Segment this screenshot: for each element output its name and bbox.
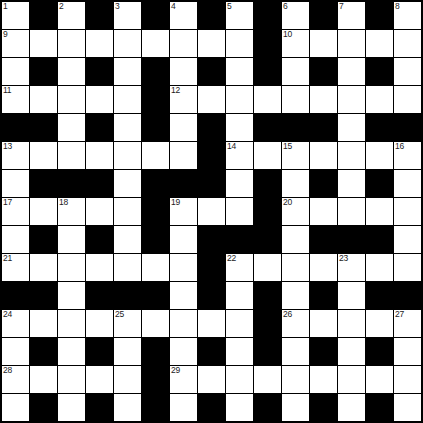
cell-r6-c6-black (170, 170, 197, 197)
cell-r9-c0-white[interactable]: 21 (2, 254, 29, 281)
cell-r0-c13-black (366, 2, 393, 29)
cell-r12-c11-black (310, 338, 337, 365)
cell-r7-c1-white[interactable] (30, 198, 57, 225)
cell-r9-c12-white[interactable]: 23 (338, 254, 365, 281)
cell-r1-c5-white[interactable] (142, 30, 169, 57)
cell-r2-c12-white[interactable] (338, 58, 365, 85)
cell-r10-c2-white[interactable] (58, 282, 85, 309)
cell-r6-c9-black (254, 170, 281, 197)
cell-r9-c5-white[interactable] (142, 254, 169, 281)
cell-r0-c11-black (310, 2, 337, 29)
clue-number-2: 2 (59, 2, 63, 11)
cell-r6-c14-white[interactable] (394, 170, 421, 197)
cell-r10-c4-black (114, 282, 141, 309)
cell-r1-c2-white[interactable] (58, 30, 85, 57)
cell-r5-c4-white[interactable] (114, 142, 141, 169)
cell-r4-c6-white[interactable] (170, 114, 197, 141)
cell-r11-c11-white[interactable] (310, 310, 337, 337)
cell-r13-c9-white[interactable] (254, 366, 281, 393)
cell-r5-c9-white[interactable] (254, 142, 281, 169)
cell-r1-c12-white[interactable] (338, 30, 365, 57)
cell-r11-c6-white[interactable] (170, 310, 197, 337)
cell-r4-c9-black (254, 114, 281, 141)
cell-r7-c5-black (142, 198, 169, 225)
cell-r7-c4-white[interactable] (114, 198, 141, 225)
clue-number-10: 10 (283, 30, 292, 39)
cell-r14-c10-white[interactable] (282, 394, 309, 421)
cell-r3-c14-white[interactable] (394, 86, 421, 113)
cell-r5-c8-white[interactable]: 14 (226, 142, 253, 169)
crossword-board: 1234567891011121314151617181920212223242… (0, 0, 423, 423)
cell-r11-c12-white[interactable] (338, 310, 365, 337)
cell-r0-c10-white[interactable]: 6 (282, 2, 309, 29)
cell-r8-c13-black (366, 226, 393, 253)
cell-r12-c3-black (86, 338, 113, 365)
cell-r5-c7-black (198, 142, 225, 169)
cell-r2-c0-white[interactable] (2, 58, 29, 85)
cell-r14-c11-black (310, 394, 337, 421)
cell-r2-c1-black (30, 58, 57, 85)
cell-r7-c0-white[interactable]: 17 (2, 198, 29, 225)
cell-r10-c7-black (198, 282, 225, 309)
cell-r12-c13-black (366, 338, 393, 365)
cell-r3-c11-white[interactable] (310, 86, 337, 113)
cell-r2-c5-black (142, 58, 169, 85)
cell-r3-c10-white[interactable] (282, 86, 309, 113)
cell-r10-c10-white[interactable] (282, 282, 309, 309)
cell-r1-c6-white[interactable] (170, 30, 197, 57)
cell-r11-c10-white[interactable]: 26 (282, 310, 309, 337)
cell-r4-c1-black (30, 114, 57, 141)
clue-number-17: 17 (3, 198, 12, 207)
cell-r5-c3-white[interactable] (86, 142, 113, 169)
cell-r4-c10-black (282, 114, 309, 141)
cell-r4-c3-black (86, 114, 113, 141)
cell-r1-c7-white[interactable] (198, 30, 225, 57)
cell-r9-c8-white[interactable]: 22 (226, 254, 253, 281)
cell-r14-c8-white[interactable] (226, 394, 253, 421)
cell-r13-c5-black (142, 366, 169, 393)
cell-r14-c2-white[interactable] (58, 394, 85, 421)
clue-number-1: 1 (3, 2, 7, 11)
clue-number-16: 16 (395, 142, 404, 151)
cell-r3-c0-white[interactable]: 11 (2, 86, 29, 113)
cell-r7-c8-white[interactable] (226, 198, 253, 225)
cell-r6-c1-black (30, 170, 57, 197)
cell-r8-c5-black (142, 226, 169, 253)
cell-r2-c8-white[interactable] (226, 58, 253, 85)
cell-r14-c14-white[interactable] (394, 394, 421, 421)
cell-r1-c11-white[interactable] (310, 30, 337, 57)
clue-number-8: 8 (395, 2, 399, 11)
cell-r14-c3-black (86, 394, 113, 421)
clue-number-9: 9 (3, 30, 7, 39)
cell-r13-c7-white[interactable] (198, 366, 225, 393)
cell-r12-c5-black (142, 338, 169, 365)
cell-r3-c5-black (142, 86, 169, 113)
cell-r9-c3-white[interactable] (86, 254, 113, 281)
cell-r12-c2-white[interactable] (58, 338, 85, 365)
cell-r0-c5-black (142, 2, 169, 29)
cell-r7-c12-white[interactable] (338, 198, 365, 225)
cell-r9-c7-black (198, 254, 225, 281)
cell-r11-c14-white[interactable]: 27 (394, 310, 421, 337)
cell-r1-c14-white[interactable] (394, 30, 421, 57)
cell-r4-c4-white[interactable] (114, 114, 141, 141)
cell-r5-c6-white[interactable] (170, 142, 197, 169)
cell-r3-c1-white[interactable] (30, 86, 57, 113)
clue-number-11: 11 (3, 86, 11, 95)
clue-number-5: 5 (227, 2, 231, 11)
cell-r1-c4-white[interactable] (114, 30, 141, 57)
clue-number-22: 22 (227, 254, 236, 263)
cell-r2-c13-black (366, 58, 393, 85)
cell-r14-c7-black (198, 394, 225, 421)
clue-number-18: 18 (59, 198, 68, 207)
cell-r4-c14-black (394, 114, 421, 141)
cell-r6-c4-white[interactable] (114, 170, 141, 197)
clue-number-23: 23 (339, 254, 348, 263)
cell-r9-c11-white[interactable] (310, 254, 337, 281)
cell-r3-c3-white[interactable] (86, 86, 113, 113)
cell-r4-c0-black (2, 114, 29, 141)
cell-r0-c9-black (254, 2, 281, 29)
cell-r9-c10-white[interactable] (282, 254, 309, 281)
cell-r1-c10-white[interactable]: 10 (282, 30, 309, 57)
cell-r6-c11-black (310, 170, 337, 197)
cell-r10-c8-white[interactable] (226, 282, 253, 309)
cell-r14-c4-white[interactable] (114, 394, 141, 421)
cell-r10-c13-black (366, 282, 393, 309)
cell-r2-c9-black (254, 58, 281, 85)
clue-number-28: 28 (3, 366, 12, 375)
cell-r10-c6-white[interactable] (170, 282, 197, 309)
cell-r5-c5-white[interactable] (142, 142, 169, 169)
clue-number-6: 6 (283, 2, 287, 11)
cell-r0-c7-black (198, 2, 225, 29)
cell-r13-c13-white[interactable] (366, 366, 393, 393)
cell-r11-c7-white[interactable] (198, 310, 225, 337)
cell-r13-c1-white[interactable] (30, 366, 57, 393)
cell-r5-c1-white[interactable] (30, 142, 57, 169)
cell-r3-c9-white[interactable] (254, 86, 281, 113)
cell-r4-c8-white[interactable] (226, 114, 253, 141)
cell-r11-c5-white[interactable] (142, 310, 169, 337)
cell-r1-c9-black (254, 30, 281, 57)
cell-r2-c6-white[interactable] (170, 58, 197, 85)
cell-r9-c1-white[interactable] (30, 254, 57, 281)
cell-r13-c10-white[interactable] (282, 366, 309, 393)
cell-r8-c11-black (310, 226, 337, 253)
cell-r0-c6-white[interactable]: 4 (170, 2, 197, 29)
cell-r11-c9-black (254, 310, 281, 337)
cell-r10-c3-black (86, 282, 113, 309)
cell-r3-c4-white[interactable] (114, 86, 141, 113)
cell-r14-c12-white[interactable] (338, 394, 365, 421)
clue-number-19: 19 (171, 198, 180, 207)
cell-r14-c1-black (30, 394, 57, 421)
cell-r8-c4-white[interactable] (114, 226, 141, 253)
cell-r6-c5-black (142, 170, 169, 197)
cell-r8-c8-black (226, 226, 253, 253)
cell-r10-c5-black (142, 282, 169, 309)
cell-r6-c0-white[interactable] (2, 170, 29, 197)
cell-r7-c6-white[interactable]: 19 (170, 198, 197, 225)
cell-r11-c8-white[interactable] (226, 310, 253, 337)
cell-r14-c0-white[interactable] (2, 394, 29, 421)
cell-r1-c0-white[interactable]: 9 (2, 30, 29, 57)
cell-r14-c6-white[interactable] (170, 394, 197, 421)
cell-r12-c6-white[interactable] (170, 338, 197, 365)
cell-r6-c12-white[interactable] (338, 170, 365, 197)
cell-r7-c2-white[interactable]: 18 (58, 198, 85, 225)
cell-r4-c11-black (310, 114, 337, 141)
cell-r14-c9-black (254, 394, 281, 421)
cell-r3-c2-white[interactable] (58, 86, 85, 113)
cell-r12-c0-white[interactable] (2, 338, 29, 365)
cell-r12-c14-white[interactable] (394, 338, 421, 365)
cell-r0-c4-white[interactable]: 3 (114, 2, 141, 29)
cell-r12-c9-black (254, 338, 281, 365)
clue-number-12: 12 (171, 86, 180, 95)
cell-r8-c2-white[interactable] (58, 226, 85, 253)
cell-r7-c11-white[interactable] (310, 198, 337, 225)
cell-r0-c1-black (30, 2, 57, 29)
cell-r1-c3-white[interactable] (86, 30, 113, 57)
cell-r0-c2-white[interactable]: 2 (58, 2, 85, 29)
cell-r3-c6-white[interactable]: 12 (170, 86, 197, 113)
cell-r7-c9-black (254, 198, 281, 225)
cell-r5-c12-white[interactable] (338, 142, 365, 169)
cell-r2-c3-black (86, 58, 113, 85)
cell-r8-c10-white[interactable] (282, 226, 309, 253)
cell-r7-c13-white[interactable] (366, 198, 393, 225)
cell-r10-c9-black (254, 282, 281, 309)
cell-r1-c1-white[interactable] (30, 30, 57, 57)
cell-r7-c7-white[interactable] (198, 198, 225, 225)
cell-r0-c14-white[interactable]: 8 (394, 2, 421, 29)
cell-r0-c0-white[interactable]: 1 (2, 2, 29, 29)
cell-r6-c7-black (198, 170, 225, 197)
cell-r4-c13-black (366, 114, 393, 141)
cell-r13-c12-white[interactable] (338, 366, 365, 393)
clue-number-20: 20 (283, 198, 292, 207)
cell-r7-c3-white[interactable] (86, 198, 113, 225)
cell-r10-c1-black (30, 282, 57, 309)
cell-r6-c13-black (366, 170, 393, 197)
cell-r11-c2-white[interactable] (58, 310, 85, 337)
cell-r5-c0-white[interactable]: 13 (2, 142, 29, 169)
clue-number-3: 3 (115, 2, 119, 11)
cell-r2-c10-white[interactable] (282, 58, 309, 85)
cell-r8-c6-white[interactable] (170, 226, 197, 253)
cell-r0-c12-white[interactable]: 7 (338, 2, 365, 29)
cell-r9-c4-white[interactable] (114, 254, 141, 281)
cell-r11-c1-white[interactable] (30, 310, 57, 337)
cell-r9-c6-white[interactable] (170, 254, 197, 281)
cell-r7-c10-white[interactable]: 20 (282, 198, 309, 225)
cell-r12-c12-white[interactable] (338, 338, 365, 365)
cell-r3-c7-white[interactable] (198, 86, 225, 113)
cell-r2-c7-black (198, 58, 225, 85)
cell-r12-c4-white[interactable] (114, 338, 141, 365)
clue-number-7: 7 (339, 2, 343, 11)
cell-r13-c6-white[interactable]: 29 (170, 366, 197, 393)
clue-number-27: 27 (395, 310, 404, 319)
cell-r13-c0-white[interactable]: 28 (2, 366, 29, 393)
cell-r6-c3-black (86, 170, 113, 197)
cell-r13-c3-white[interactable] (86, 366, 113, 393)
cell-r9-c9-white[interactable] (254, 254, 281, 281)
cell-r11-c3-white[interactable] (86, 310, 113, 337)
cell-r8-c0-white[interactable] (2, 226, 29, 253)
cell-r6-c10-white[interactable] (282, 170, 309, 197)
cell-r9-c13-white[interactable] (366, 254, 393, 281)
cell-r11-c4-white[interactable]: 25 (114, 310, 141, 337)
clue-number-25: 25 (115, 310, 124, 319)
clue-number-13: 13 (3, 142, 12, 151)
cell-r7-c14-white[interactable] (394, 198, 421, 225)
cell-r8-c12-black (338, 226, 365, 253)
cell-r11-c0-white[interactable]: 24 (2, 310, 29, 337)
cell-r0-c3-black (86, 2, 113, 29)
cell-r5-c14-white[interactable]: 16 (394, 142, 421, 169)
cell-r4-c2-white[interactable] (58, 114, 85, 141)
cell-r14-c13-black (366, 394, 393, 421)
cell-r8-c3-black (86, 226, 113, 253)
clue-number-24: 24 (3, 310, 12, 319)
cell-r2-c4-white[interactable] (114, 58, 141, 85)
cell-r5-c2-white[interactable] (58, 142, 85, 169)
cell-r10-c11-black (310, 282, 337, 309)
clue-number-4: 4 (171, 2, 175, 11)
cell-r5-c13-white[interactable] (366, 142, 393, 169)
cell-r6-c8-white[interactable] (226, 170, 253, 197)
cell-r12-c8-white[interactable] (226, 338, 253, 365)
clue-number-29: 29 (171, 366, 180, 375)
cell-r5-c10-white[interactable]: 15 (282, 142, 309, 169)
cell-r10-c12-white[interactable] (338, 282, 365, 309)
cell-r10-c14-black (394, 282, 421, 309)
cell-r4-c12-white[interactable] (338, 114, 365, 141)
cell-r8-c9-black (254, 226, 281, 253)
cell-r14-c5-black (142, 394, 169, 421)
cell-r12-c7-black (198, 338, 225, 365)
cell-r3-c8-white[interactable] (226, 86, 253, 113)
cell-r13-c14-white[interactable] (394, 366, 421, 393)
cell-r11-c13-white[interactable] (366, 310, 393, 337)
cell-r3-c13-white[interactable] (366, 86, 393, 113)
cell-r8-c7-black (198, 226, 225, 253)
cell-r2-c14-white[interactable] (394, 58, 421, 85)
cell-r8-c14-white[interactable] (394, 226, 421, 253)
cell-r2-c11-black (310, 58, 337, 85)
cell-r6-c2-black (58, 170, 85, 197)
cell-r3-c12-white[interactable] (338, 86, 365, 113)
cell-r13-c11-white[interactable] (310, 366, 337, 393)
cell-r12-c1-black (30, 338, 57, 365)
cell-r9-c14-white[interactable] (394, 254, 421, 281)
clue-number-14: 14 (227, 142, 236, 151)
cell-r2-c2-white[interactable] (58, 58, 85, 85)
cell-r10-c0-black (2, 282, 29, 309)
crossword-puzzle: 1234567891011121314151617181920212223242… (0, 0, 423, 423)
cell-r9-c2-white[interactable] (58, 254, 85, 281)
cell-r12-c10-white[interactable] (282, 338, 309, 365)
cell-r13-c2-white[interactable] (58, 366, 85, 393)
clue-number-21: 21 (3, 254, 12, 263)
cell-r5-c11-white[interactable] (310, 142, 337, 169)
cell-r8-c1-black (30, 226, 57, 253)
cell-r13-c4-white[interactable] (114, 366, 141, 393)
cell-r13-c8-white[interactable] (226, 366, 253, 393)
cell-r0-c8-white[interactable]: 5 (226, 2, 253, 29)
clue-number-26: 26 (283, 310, 292, 319)
cell-r1-c8-white[interactable] (226, 30, 253, 57)
cell-r4-c5-black (142, 114, 169, 141)
cell-r1-c13-white[interactable] (366, 30, 393, 57)
clue-number-15: 15 (283, 142, 292, 151)
cell-r4-c7-black (198, 114, 225, 141)
